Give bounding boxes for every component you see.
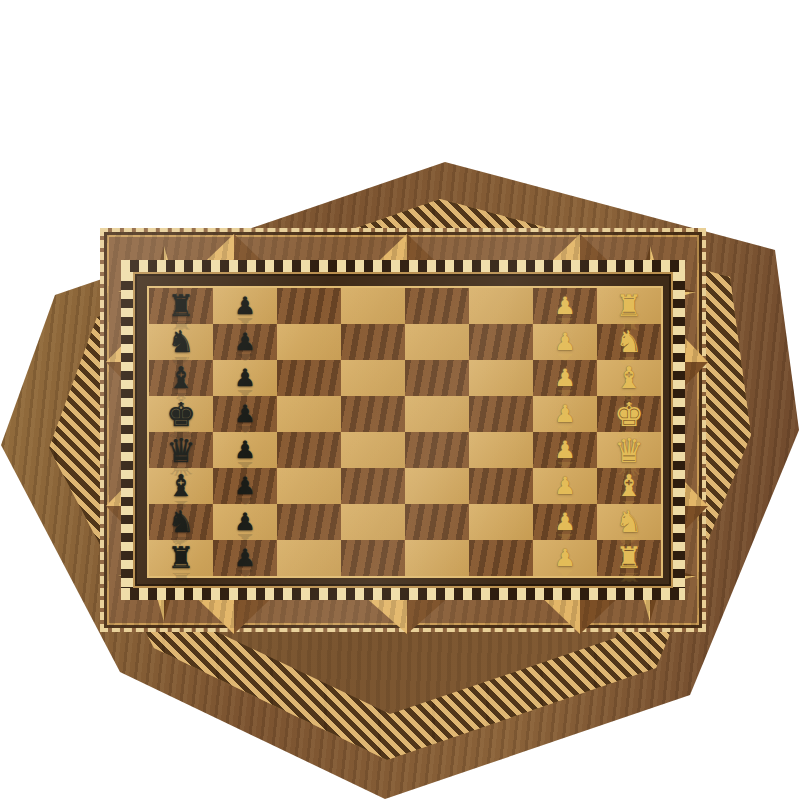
- square-b4[interactable]: [405, 504, 469, 540]
- white-pawn-b2[interactable]: ♟: [554, 510, 576, 534]
- white-pawn-a2[interactable]: ♟: [554, 546, 576, 570]
- black-pawn-d7[interactable]: ♟: [234, 438, 256, 462]
- black-bishop-f8[interactable]: ♝: [168, 363, 195, 393]
- square-g7[interactable]: ♟: [213, 324, 277, 360]
- square-g6[interactable]: [277, 324, 341, 360]
- black-rook-h8[interactable]: ♜: [168, 291, 195, 321]
- white-pawn-f2[interactable]: ♟: [554, 366, 576, 390]
- black-rook-a8[interactable]: ♜: [168, 543, 195, 573]
- white-pawn-d2[interactable]: ♟: [554, 438, 576, 462]
- square-b6[interactable]: [277, 504, 341, 540]
- square-c4[interactable]: [405, 468, 469, 504]
- square-e4[interactable]: [405, 396, 469, 432]
- square-f3[interactable]: [469, 360, 533, 396]
- square-d4[interactable]: [405, 432, 469, 468]
- square-c3[interactable]: [469, 468, 533, 504]
- dashed-inlay-border-right: [673, 272, 685, 588]
- white-pawn-c2[interactable]: ♟: [554, 474, 576, 498]
- square-e8[interactable]: ♚: [149, 396, 213, 432]
- square-h4[interactable]: [405, 288, 469, 324]
- square-b5[interactable]: [341, 504, 405, 540]
- square-g1[interactable]: ♞: [597, 324, 661, 360]
- square-d8[interactable]: ♛: [149, 432, 213, 468]
- square-a4[interactable]: [405, 540, 469, 576]
- square-h3[interactable]: [469, 288, 533, 324]
- square-b1[interactable]: ♞: [597, 504, 661, 540]
- square-e1[interactable]: ♚: [597, 396, 661, 432]
- square-f8[interactable]: ♝: [149, 360, 213, 396]
- square-g2[interactable]: ♟: [533, 324, 597, 360]
- square-d2[interactable]: ♟: [533, 432, 597, 468]
- square-f7[interactable]: ♟: [213, 360, 277, 396]
- square-c7[interactable]: ♟: [213, 468, 277, 504]
- photo-scene: ♜♟♟♜♞♟♟♞♝♟♟♝♚♟♟♚♛♟♟♛♝♟♟♝♞♟♟♞♜♟♟♜: [0, 0, 800, 800]
- square-b8[interactable]: ♞: [149, 504, 213, 540]
- white-queen-d1[interactable]: ♛: [614, 434, 644, 467]
- square-e6[interactable]: [277, 396, 341, 432]
- square-g3[interactable]: [469, 324, 533, 360]
- white-knight-b1[interactable]: ♞: [616, 507, 643, 537]
- square-c1[interactable]: ♝: [597, 468, 661, 504]
- square-d5[interactable]: [341, 432, 405, 468]
- square-e7[interactable]: ♟: [213, 396, 277, 432]
- square-a6[interactable]: [277, 540, 341, 576]
- black-queen-d8[interactable]: ♛: [166, 434, 196, 467]
- dashed-inlay-border-left: [121, 272, 133, 588]
- black-pawn-e7[interactable]: ♟: [234, 402, 256, 426]
- black-pawn-f7[interactable]: ♟: [234, 366, 256, 390]
- square-d7[interactable]: ♟: [213, 432, 277, 468]
- white-bishop-f1[interactable]: ♝: [616, 363, 643, 393]
- square-a3[interactable]: [469, 540, 533, 576]
- black-knight-g8[interactable]: ♞: [168, 327, 195, 357]
- square-h6[interactable]: [277, 288, 341, 324]
- square-a8[interactable]: ♜: [149, 540, 213, 576]
- square-f5[interactable]: [341, 360, 405, 396]
- square-c5[interactable]: [341, 468, 405, 504]
- square-h2[interactable]: ♟: [533, 288, 597, 324]
- square-b2[interactable]: ♟: [533, 504, 597, 540]
- square-a2[interactable]: ♟: [533, 540, 597, 576]
- square-c2[interactable]: ♟: [533, 468, 597, 504]
- square-f2[interactable]: ♟: [533, 360, 597, 396]
- black-pawn-a7[interactable]: ♟: [234, 546, 256, 570]
- white-pawn-g2[interactable]: ♟: [554, 330, 576, 354]
- square-d6[interactable]: [277, 432, 341, 468]
- black-pawn-h7[interactable]: ♟: [234, 294, 256, 318]
- chess-board: ♜♟♟♜♞♟♟♞♝♟♟♝♚♟♟♚♛♟♟♛♝♟♟♝♞♟♟♞♜♟♟♜: [147, 286, 663, 578]
- black-bishop-c8[interactable]: ♝: [168, 471, 195, 501]
- white-pawn-e2[interactable]: ♟: [554, 402, 576, 426]
- dashed-inlay-border-top: [121, 260, 685, 272]
- white-pawn-h2[interactable]: ♟: [554, 294, 576, 318]
- white-king-e1[interactable]: ♚: [614, 398, 644, 431]
- dashed-inlay-border-bottom: [121, 588, 685, 600]
- square-c8[interactable]: ♝: [149, 468, 213, 504]
- square-e5[interactable]: [341, 396, 405, 432]
- square-d1[interactable]: ♛: [597, 432, 661, 468]
- white-rook-h1[interactable]: ♜: [616, 291, 643, 321]
- square-g8[interactable]: ♞: [149, 324, 213, 360]
- square-a5[interactable]: [341, 540, 405, 576]
- black-pawn-b7[interactable]: ♟: [234, 510, 256, 534]
- black-king-e8[interactable]: ♚: [166, 398, 196, 431]
- square-g4[interactable]: [405, 324, 469, 360]
- white-bishop-c1[interactable]: ♝: [616, 471, 643, 501]
- square-f1[interactable]: ♝: [597, 360, 661, 396]
- square-h1[interactable]: ♜: [597, 288, 661, 324]
- square-b3[interactable]: [469, 504, 533, 540]
- square-g5[interactable]: [341, 324, 405, 360]
- black-pawn-g7[interactable]: ♟: [234, 330, 256, 354]
- square-e3[interactable]: [469, 396, 533, 432]
- square-d3[interactable]: [469, 432, 533, 468]
- square-b7[interactable]: ♟: [213, 504, 277, 540]
- white-rook-a1[interactable]: ♜: [616, 543, 643, 573]
- square-a1[interactable]: ♜: [597, 540, 661, 576]
- square-e2[interactable]: ♟: [533, 396, 597, 432]
- square-a7[interactable]: ♟: [213, 540, 277, 576]
- white-knight-g1[interactable]: ♞: [616, 327, 643, 357]
- black-pawn-c7[interactable]: ♟: [234, 474, 256, 498]
- square-h8[interactable]: ♜: [149, 288, 213, 324]
- square-h5[interactable]: [341, 288, 405, 324]
- square-c6[interactable]: [277, 468, 341, 504]
- black-knight-b8[interactable]: ♞: [168, 507, 195, 537]
- square-f6[interactable]: [277, 360, 341, 396]
- square-f4[interactable]: [405, 360, 469, 396]
- square-h7[interactable]: ♟: [213, 288, 277, 324]
